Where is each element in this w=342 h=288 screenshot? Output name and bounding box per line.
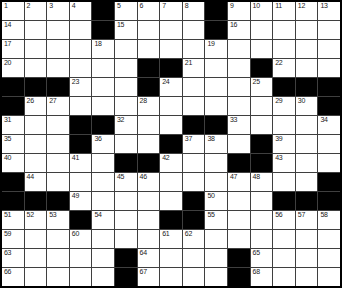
grid-cell-r10c10[interactable] [205,173,227,191]
grid-cell-r13c10[interactable] [205,230,227,248]
grid-cell-r6c8[interactable] [160,97,182,115]
grid-cell-r12c13[interactable]: 56 [273,211,295,229]
grid-cell-r5c11[interactable] [228,78,250,96]
clue-number: 65 [253,249,260,257]
grid-cell-r8c13[interactable]: 39 [273,135,295,153]
grid-cell-r7c3[interactable] [47,116,69,134]
clue-number: 50 [207,192,214,200]
clue-number: 64 [140,249,147,257]
grid-cell-r2c2[interactable] [25,21,47,39]
clue-number: 25 [253,78,260,86]
grid-cell-r4c13[interactable]: 22 [273,59,295,77]
grid-cell-r13c15[interactable] [318,230,340,248]
block-cell-r1c5 [92,2,114,20]
clue-number: 45 [117,173,124,181]
clue-number: 7 [162,2,166,10]
clue-number: 52 [27,211,34,219]
clue-number: 14 [4,21,11,29]
grid-cell-r14c9[interactable] [183,249,205,267]
grid-cell-r9c1[interactable]: 40 [2,154,24,172]
clue-number: 28 [140,97,147,105]
clue-number: 9 [230,2,234,10]
grid-cell-r8c3[interactable] [47,135,69,153]
block-cell-r5c1 [2,78,24,96]
clue-number: 15 [117,21,124,29]
grid-cell-r2c13[interactable] [273,21,295,39]
clue-number: 32 [117,116,124,124]
grid-cell-r9c3[interactable] [47,154,69,172]
block-cell-r9c7 [138,154,160,172]
grid-cell-r13c8[interactable]: 61 [160,230,182,248]
grid-cell-r14c1[interactable]: 63 [2,249,24,267]
block-cell-r12c4 [70,211,92,229]
grid-cell-r9c2[interactable] [25,154,47,172]
grid-cell-r14c14[interactable] [296,249,318,267]
grid-cell-r4c9[interactable]: 21 [183,59,205,77]
clue-number: 26 [27,97,34,105]
clue-number: 27 [49,97,56,105]
grid-cell-r10c6[interactable]: 45 [115,173,137,191]
grid-cell-r2c11[interactable]: 16 [228,21,250,39]
clue-number: 66 [4,268,11,276]
clue-number: 41 [72,154,79,162]
grid-cell-r7c6[interactable]: 32 [115,116,137,134]
crossword-board-wrap: 1234567891011121314151617181920212223242… [0,0,342,288]
block-cell-r15c11 [228,268,250,286]
grid-cell-r10c9[interactable] [183,173,205,191]
grid-cell-r4c4[interactable] [70,59,92,77]
grid-cell-r12c12[interactable] [251,211,273,229]
block-cell-r7c4 [70,116,92,134]
grid-cell-r13c7[interactable] [138,230,160,248]
grid-cell-r2c15[interactable] [318,21,340,39]
clue-number: 6 [140,2,144,10]
grid-cell-r5c10[interactable] [205,78,227,96]
grid-cell-r6c14[interactable]: 30 [296,97,318,115]
grid-cell-r7c8[interactable] [160,116,182,134]
block-cell-r5c15 [318,78,340,96]
grid-cell-r10c14[interactable] [296,173,318,191]
grid-cell-r4c3[interactable] [47,59,69,77]
block-cell-r11c9 [183,192,205,210]
grid-cell-r7c14[interactable] [296,116,318,134]
grid-cell-r4c11[interactable] [228,59,250,77]
grid-cell-r15c13[interactable] [273,268,295,286]
grid-cell-r14c3[interactable] [47,249,69,267]
clue-number: 62 [185,230,192,238]
grid-cell-r10c4[interactable] [70,173,92,191]
grid-cell-r13c13[interactable] [273,230,295,248]
grid-cell-r3c12[interactable] [251,40,273,58]
grid-cell-r12c5[interactable]: 54 [92,211,114,229]
clue-number: 39 [275,135,282,143]
grid-cell-r6c6[interactable] [115,97,137,115]
grid-cell-r13c6[interactable] [115,230,137,248]
grid-cell-r10c2[interactable]: 44 [25,173,47,191]
grid-cell-r14c10[interactable] [205,249,227,267]
block-cell-r9c6 [115,154,137,172]
block-cell-r5c13 [273,78,295,96]
grid-cell-r7c15[interactable]: 34 [318,116,340,134]
grid-cell-r3c15[interactable] [318,40,340,58]
grid-cell-r3c10[interactable]: 19 [205,40,227,58]
grid-cell-r1c6[interactable]: 5 [115,2,137,20]
clue-number: 55 [207,211,214,219]
grid-cell-r5c5[interactable] [92,78,114,96]
grid-cell-r8c7[interactable] [138,135,160,153]
clue-number: 68 [253,268,260,276]
crossword-grid: 1234567891011121314151617181920212223242… [0,0,342,288]
block-cell-r4c7 [138,59,160,77]
grid-cell-r8c15[interactable] [318,135,340,153]
clue-number: 57 [298,211,305,219]
clue-number: 20 [4,59,11,67]
block-cell-r9c11 [228,154,250,172]
block-cell-r2c10 [205,21,227,39]
clue-number: 13 [320,2,327,10]
grid-cell-r6c2[interactable]: 26 [25,97,47,115]
grid-cell-r13c5[interactable] [92,230,114,248]
grid-cell-r12c14[interactable]: 57 [296,211,318,229]
grid-cell-r1c1[interactable]: 1 [2,2,24,20]
block-cell-r8c12 [251,135,273,153]
grid-cell-r6c4[interactable] [70,97,92,115]
block-cell-r2c5 [92,21,114,39]
grid-cell-r3c4[interactable] [70,40,92,58]
grid-cell-r4c1[interactable]: 20 [2,59,24,77]
grid-cell-r1c12[interactable]: 10 [251,2,273,20]
clue-number: 5 [117,2,121,10]
grid-cell-r11c8[interactable] [160,192,182,210]
grid-cell-r6c10[interactable] [205,97,227,115]
block-cell-r8c8 [160,135,182,153]
grid-cell-r11c12[interactable] [251,192,273,210]
grid-cell-r7c11[interactable]: 33 [228,116,250,134]
grid-cell-r2c7[interactable] [138,21,160,39]
grid-cell-r8c5[interactable]: 36 [92,135,114,153]
grid-cell-r9c10[interactable] [205,154,227,172]
clue-number: 10 [253,2,260,10]
grid-cell-r9c8[interactable]: 42 [160,154,182,172]
grid-cell-r3c11[interactable] [228,40,250,58]
block-cell-r12c8 [160,211,182,229]
grid-cell-r12c10[interactable]: 55 [205,211,227,229]
grid-cell-r8c11[interactable] [228,135,250,153]
block-cell-r7c5 [92,116,114,134]
clue-number: 56 [275,211,282,219]
clue-number: 33 [230,116,237,124]
clue-number: 23 [72,78,79,86]
grid-cell-r2c1[interactable]: 14 [2,21,24,39]
clue-number: 8 [185,2,189,10]
grid-cell-r15c4[interactable] [70,268,92,286]
grid-cell-r8c6[interactable] [115,135,137,153]
grid-cell-r6c11[interactable] [228,97,250,115]
grid-cell-r1c9[interactable]: 8 [183,2,205,20]
clue-number: 17 [4,40,11,48]
grid-cell-r6c12[interactable] [251,97,273,115]
grid-cell-r8c1[interactable]: 35 [2,135,24,153]
grid-cell-r9c15[interactable] [318,154,340,172]
clue-number: 21 [185,59,192,67]
block-cell-r11c1 [2,192,24,210]
grid-cell-r5c12[interactable]: 25 [251,78,273,96]
grid-cell-r11c5[interactable] [92,192,114,210]
clue-number: 54 [94,211,101,219]
block-cell-r14c11 [228,249,250,267]
grid-cell-r2c6[interactable]: 15 [115,21,137,39]
grid-cell-r10c7[interactable]: 46 [138,173,160,191]
block-cell-r11c2 [25,192,47,210]
clue-number: 37 [185,135,192,143]
clue-number: 51 [4,211,11,219]
clue-number: 59 [4,230,11,238]
grid-cell-r11c7[interactable] [138,192,160,210]
block-cell-r8c4 [70,135,92,153]
grid-cell-r15c9[interactable] [183,268,205,286]
grid-cell-r12c6[interactable] [115,211,137,229]
grid-cell-r14c13[interactable] [273,249,295,267]
grid-cell-r8c10[interactable]: 38 [205,135,227,153]
block-cell-r4c12 [251,59,273,77]
grid-cell-r12c1[interactable]: 51 [2,211,24,229]
grid-cell-r11c4[interactable]: 49 [70,192,92,210]
grid-cell-r10c8[interactable] [160,173,182,191]
grid-cell-r10c12[interactable]: 48 [251,173,273,191]
grid-cell-r15c8[interactable] [160,268,182,286]
grid-cell-r4c2[interactable] [25,59,47,77]
grid-cell-r5c8[interactable]: 24 [160,78,182,96]
grid-cell-r15c3[interactable] [47,268,69,286]
grid-cell-r1c15[interactable]: 13 [318,2,340,20]
grid-cell-r1c2[interactable]: 2 [25,2,47,20]
block-cell-r4c8 [160,59,182,77]
grid-cell-r13c14[interactable] [296,230,318,248]
grid-cell-r3c8[interactable] [160,40,182,58]
grid-cell-r3c5[interactable]: 18 [92,40,114,58]
grid-cell-r2c8[interactable] [160,21,182,39]
grid-cell-r9c13[interactable]: 43 [273,154,295,172]
clue-number: 31 [4,116,11,124]
grid-cell-r7c2[interactable] [25,116,47,134]
grid-cell-r11c10[interactable]: 50 [205,192,227,210]
grid-cell-r12c7[interactable] [138,211,160,229]
grid-cell-r3c7[interactable] [138,40,160,58]
clue-number: 67 [140,268,147,276]
clue-number: 49 [72,192,79,200]
clue-number: 40 [4,154,11,162]
block-cell-r14c6 [115,249,137,267]
grid-cell-r3c14[interactable] [296,40,318,58]
grid-cell-r7c12[interactable] [251,116,273,134]
grid-cell-r2c14[interactable] [296,21,318,39]
grid-cell-r15c14[interactable] [296,268,318,286]
grid-cell-r14c8[interactable] [160,249,182,267]
grid-cell-r2c9[interactable] [183,21,205,39]
clue-number: 3 [49,2,53,10]
grid-cell-r13c3[interactable] [47,230,69,248]
grid-cell-r12c2[interactable]: 52 [25,211,47,229]
clue-number: 42 [162,154,169,162]
grid-cell-r15c2[interactable] [25,268,47,286]
grid-cell-r1c4[interactable]: 4 [70,2,92,20]
block-cell-r9c12 [251,154,273,172]
grid-cell-r7c13[interactable] [273,116,295,134]
grid-cell-r14c4[interactable] [70,249,92,267]
grid-cell-r10c3[interactable] [47,173,69,191]
block-cell-r12c9 [183,211,205,229]
clue-number: 18 [94,40,101,48]
grid-cell-r15c10[interactable] [205,268,227,286]
grid-cell-r8c2[interactable] [25,135,47,153]
clue-number: 16 [230,21,237,29]
clue-number: 29 [275,97,282,105]
grid-cell-r13c2[interactable] [25,230,47,248]
clue-number: 46 [140,173,147,181]
grid-cell-r6c7[interactable]: 28 [138,97,160,115]
clue-number: 58 [320,211,327,219]
grid-cell-r3c3[interactable] [47,40,69,58]
clue-number: 47 [230,173,237,181]
block-cell-r5c3 [47,78,69,96]
block-cell-r6c1 [2,97,24,115]
block-cell-r5c2 [25,78,47,96]
grid-cell-r4c14[interactable] [296,59,318,77]
grid-cell-r11c6[interactable] [115,192,137,210]
block-cell-r11c3 [47,192,69,210]
grid-cell-r3c13[interactable] [273,40,295,58]
clue-number: 12 [298,2,305,10]
clue-number: 4 [72,2,76,10]
grid-cell-r15c15[interactable] [318,268,340,286]
block-cell-r7c10 [205,116,227,134]
clue-number: 19 [207,40,214,48]
grid-cell-r13c9[interactable]: 62 [183,230,205,248]
grid-cell-r6c3[interactable]: 27 [47,97,69,115]
block-cell-r11c14 [296,192,318,210]
grid-cell-r3c1[interactable]: 17 [2,40,24,58]
grid-cell-r1c7[interactable]: 6 [138,2,160,20]
grid-cell-r7c1[interactable]: 31 [2,116,24,134]
grid-cell-r15c7[interactable]: 67 [138,268,160,286]
clue-number: 61 [162,230,169,238]
grid-cell-r10c5[interactable] [92,173,114,191]
clue-number: 22 [275,59,282,67]
grid-cell-r1c8[interactable]: 7 [160,2,182,20]
grid-cell-r15c12[interactable]: 68 [251,268,273,286]
clue-number: 11 [275,2,282,10]
grid-cell-r5c9[interactable] [183,78,205,96]
clue-number: 35 [4,135,11,143]
grid-cell-r13c12[interactable] [251,230,273,248]
grid-cell-r12c3[interactable]: 53 [47,211,69,229]
clue-number: 38 [207,135,214,143]
grid-cell-r9c5[interactable] [92,154,114,172]
grid-cell-r6c5[interactable] [92,97,114,115]
grid-cell-r3c9[interactable] [183,40,205,58]
grid-cell-r2c12[interactable] [251,21,273,39]
clue-number: 48 [253,173,260,181]
grid-cell-r7c7[interactable] [138,116,160,134]
grid-cell-r14c12[interactable]: 65 [251,249,273,267]
grid-cell-r4c10[interactable] [205,59,227,77]
grid-cell-r13c11[interactable] [228,230,250,248]
clue-number: 60 [72,230,79,238]
grid-cell-r2c3[interactable] [47,21,69,39]
grid-cell-r13c1[interactable]: 59 [2,230,24,248]
grid-cell-r9c9[interactable] [183,154,205,172]
grid-cell-r1c11[interactable]: 9 [228,2,250,20]
clue-number: 63 [4,249,11,257]
grid-cell-r4c5[interactable] [92,59,114,77]
block-cell-r5c14 [296,78,318,96]
grid-cell-r8c9[interactable]: 37 [183,135,205,153]
clue-number: 44 [27,173,34,181]
grid-cell-r14c5[interactable] [92,249,114,267]
grid-cell-r4c15[interactable] [318,59,340,77]
grid-cell-r15c5[interactable] [92,268,114,286]
block-cell-r11c15 [318,192,340,210]
grid-cell-r6c9[interactable] [183,97,205,115]
block-cell-r15c6 [115,268,137,286]
grid-cell-r3c2[interactable] [25,40,47,58]
clue-number: 30 [298,97,305,105]
grid-cell-r9c4[interactable]: 41 [70,154,92,172]
grid-cell-r4c6[interactable] [115,59,137,77]
grid-cell-r14c15[interactable] [318,249,340,267]
clue-number: 53 [49,211,56,219]
grid-cell-r13c4[interactable]: 60 [70,230,92,248]
block-cell-r10c1 [2,173,24,191]
clue-number: 24 [162,78,169,86]
clue-number: 43 [275,154,282,162]
grid-cell-r8c14[interactable] [296,135,318,153]
grid-cell-r12c11[interactable] [228,211,250,229]
block-cell-r10c15 [318,173,340,191]
grid-cell-r5c4[interactable]: 23 [70,78,92,96]
grid-cell-r2c4[interactable] [70,21,92,39]
grid-cell-r1c14[interactable]: 12 [296,2,318,20]
grid-cell-r3c6[interactable] [115,40,137,58]
clue-number: 34 [320,116,327,124]
grid-cell-r11c11[interactable] [228,192,250,210]
grid-cell-r12c15[interactable]: 58 [318,211,340,229]
block-cell-r1c10 [205,2,227,20]
block-cell-r7c9 [183,116,205,134]
grid-cell-r6c13[interactable]: 29 [273,97,295,115]
clue-number: 2 [27,2,31,10]
clue-number: 36 [94,135,101,143]
grid-cell-r1c13[interactable]: 11 [273,2,295,20]
grid-cell-r5c6[interactable] [115,78,137,96]
grid-cell-r9c14[interactable] [296,154,318,172]
grid-cell-r1c3[interactable]: 3 [47,2,69,20]
grid-cell-r14c7[interactable]: 64 [138,249,160,267]
block-cell-r11c13 [273,192,295,210]
grid-cell-r10c11[interactable]: 47 [228,173,250,191]
block-cell-r5c7 [138,78,160,96]
grid-cell-r14c2[interactable] [25,249,47,267]
grid-cell-r10c13[interactable] [273,173,295,191]
grid-cell-r15c1[interactable]: 66 [2,268,24,286]
block-cell-r6c15 [318,97,340,115]
clue-number: 1 [4,2,8,10]
